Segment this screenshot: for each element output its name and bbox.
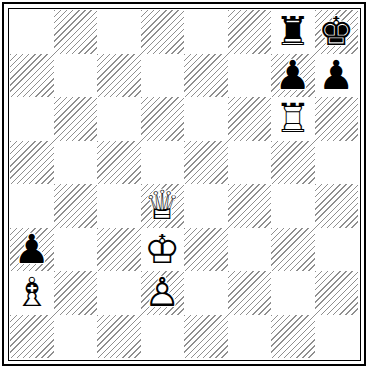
square-f3[interactable] bbox=[228, 228, 272, 272]
piece-fill-white-queen: ♛ bbox=[141, 184, 185, 228]
piece-white-pawn: ♙ bbox=[141, 271, 185, 315]
square-c7[interactable] bbox=[97, 54, 141, 98]
square-f5[interactable] bbox=[228, 141, 272, 185]
square-d8[interactable] bbox=[141, 10, 185, 54]
square-e1[interactable] bbox=[184, 315, 228, 359]
square-a8[interactable] bbox=[10, 10, 54, 54]
square-a1[interactable] bbox=[10, 315, 54, 359]
square-g3[interactable] bbox=[271, 228, 315, 272]
square-e4[interactable] bbox=[184, 184, 228, 228]
piece-black-pawn: ♟ bbox=[315, 54, 359, 98]
piece-fill-black-pawn: ♟ bbox=[10, 228, 54, 272]
square-b5[interactable] bbox=[54, 141, 98, 185]
square-g1[interactable] bbox=[271, 315, 315, 359]
piece-fill-black-pawn: ♟ bbox=[315, 54, 359, 98]
square-d2[interactable]: ♟♙ bbox=[141, 271, 185, 315]
square-d3[interactable]: ♚♔ bbox=[141, 228, 185, 272]
chess-board: ♜♜♚♚♟♟♟♟♜♖♛♕♟♟♚♔♝♗♟♙ bbox=[10, 10, 358, 358]
square-e8[interactable] bbox=[184, 10, 228, 54]
square-b3[interactable] bbox=[54, 228, 98, 272]
piece-black-king: ♚ bbox=[315, 10, 359, 54]
piece-fill-white-pawn: ♟ bbox=[141, 271, 185, 315]
square-d6[interactable] bbox=[141, 97, 185, 141]
square-f7[interactable] bbox=[228, 54, 272, 98]
piece-black-pawn: ♟ bbox=[10, 228, 54, 272]
square-f1[interactable] bbox=[228, 315, 272, 359]
piece-white-queen: ♕ bbox=[141, 184, 185, 228]
square-g8[interactable]: ♜♜ bbox=[271, 10, 315, 54]
piece-fill-black-pawn: ♟ bbox=[271, 54, 315, 98]
square-e7[interactable] bbox=[184, 54, 228, 98]
piece-fill-black-rook: ♜ bbox=[271, 10, 315, 54]
square-d1[interactable] bbox=[141, 315, 185, 359]
square-h5[interactable] bbox=[315, 141, 359, 185]
square-a4[interactable] bbox=[10, 184, 54, 228]
square-b2[interactable] bbox=[54, 271, 98, 315]
square-a5[interactable] bbox=[10, 141, 54, 185]
square-c8[interactable] bbox=[97, 10, 141, 54]
square-h4[interactable] bbox=[315, 184, 359, 228]
square-d4[interactable]: ♛♕ bbox=[141, 184, 185, 228]
square-f8[interactable] bbox=[228, 10, 272, 54]
square-b4[interactable] bbox=[54, 184, 98, 228]
square-e3[interactable] bbox=[184, 228, 228, 272]
square-c6[interactable] bbox=[97, 97, 141, 141]
square-b7[interactable] bbox=[54, 54, 98, 98]
square-b8[interactable] bbox=[54, 10, 98, 54]
square-h3[interactable] bbox=[315, 228, 359, 272]
square-h7[interactable]: ♟♟ bbox=[315, 54, 359, 98]
square-g4[interactable] bbox=[271, 184, 315, 228]
square-e6[interactable] bbox=[184, 97, 228, 141]
piece-black-pawn: ♟ bbox=[271, 54, 315, 98]
piece-black-rook: ♜ bbox=[271, 10, 315, 54]
piece-white-rook: ♖ bbox=[271, 97, 315, 141]
square-e2[interactable] bbox=[184, 271, 228, 315]
square-h6[interactable] bbox=[315, 97, 359, 141]
square-e5[interactable] bbox=[184, 141, 228, 185]
square-g7[interactable]: ♟♟ bbox=[271, 54, 315, 98]
piece-white-king: ♔ bbox=[141, 228, 185, 272]
square-h1[interactable] bbox=[315, 315, 359, 359]
square-d5[interactable] bbox=[141, 141, 185, 185]
square-g5[interactable] bbox=[271, 141, 315, 185]
square-h8[interactable]: ♚♚ bbox=[315, 10, 359, 54]
square-b6[interactable] bbox=[54, 97, 98, 141]
square-h2[interactable] bbox=[315, 271, 359, 315]
square-d7[interactable] bbox=[141, 54, 185, 98]
square-a2[interactable]: ♝♗ bbox=[10, 271, 54, 315]
square-f2[interactable] bbox=[228, 271, 272, 315]
piece-fill-black-king: ♚ bbox=[315, 10, 359, 54]
square-f4[interactable] bbox=[228, 184, 272, 228]
piece-fill-white-rook: ♜ bbox=[271, 97, 315, 141]
square-c3[interactable] bbox=[97, 228, 141, 272]
chess-diagram: ♜♜♚♚♟♟♟♟♜♖♛♕♟♟♚♔♝♗♟♙ bbox=[0, 0, 369, 369]
square-g2[interactable] bbox=[271, 271, 315, 315]
square-g6[interactable]: ♜♖ bbox=[271, 97, 315, 141]
square-c1[interactable] bbox=[97, 315, 141, 359]
square-c2[interactable] bbox=[97, 271, 141, 315]
piece-fill-white-king: ♚ bbox=[141, 228, 185, 272]
piece-fill-white-bishop: ♝ bbox=[10, 271, 54, 315]
square-f6[interactable] bbox=[228, 97, 272, 141]
square-a6[interactable] bbox=[10, 97, 54, 141]
square-a3[interactable]: ♟♟ bbox=[10, 228, 54, 272]
square-c5[interactable] bbox=[97, 141, 141, 185]
square-c4[interactable] bbox=[97, 184, 141, 228]
square-a7[interactable] bbox=[10, 54, 54, 98]
piece-white-bishop: ♗ bbox=[10, 271, 54, 315]
square-b1[interactable] bbox=[54, 315, 98, 359]
